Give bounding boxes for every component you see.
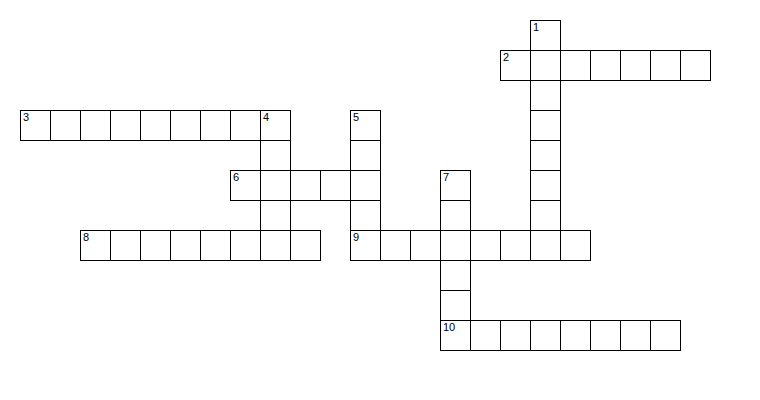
crossword-cell[interactable]: 7 — [440, 170, 471, 201]
crossword-cell[interactable] — [110, 110, 141, 141]
crossword-cell[interactable] — [290, 170, 321, 201]
cell-number: 4 — [263, 112, 269, 123]
cell-number: 1 — [533, 22, 539, 33]
crossword-cell[interactable] — [260, 170, 291, 201]
crossword-cell[interactable] — [560, 50, 591, 81]
crossword-cell[interactable] — [440, 200, 471, 231]
crossword-cell[interactable] — [50, 110, 81, 141]
crossword-cell[interactable] — [620, 320, 651, 351]
crossword-cell[interactable] — [170, 230, 201, 261]
cell-number: 9 — [353, 232, 359, 243]
crossword-cell[interactable] — [140, 110, 171, 141]
crossword-cell[interactable] — [260, 140, 291, 171]
crossword-cell[interactable]: 2 — [500, 50, 531, 81]
crossword-cell[interactable] — [350, 170, 381, 201]
crossword-cell[interactable] — [80, 110, 111, 141]
crossword-cell[interactable] — [140, 230, 171, 261]
crossword-cell[interactable] — [500, 230, 531, 261]
crossword-cell[interactable] — [200, 110, 231, 141]
crossword-cell[interactable]: 9 — [350, 230, 381, 261]
crossword-cell[interactable] — [230, 230, 261, 261]
cell-number: 6 — [233, 172, 239, 183]
crossword-cell[interactable] — [560, 320, 591, 351]
crossword-cell[interactable] — [260, 230, 291, 261]
crossword-cell[interactable] — [650, 50, 681, 81]
crossword-cell[interactable] — [470, 320, 501, 351]
crossword-cell[interactable] — [290, 230, 321, 261]
crossword-cell[interactable] — [440, 230, 471, 261]
crossword-cell[interactable] — [350, 200, 381, 231]
crossword-cell[interactable] — [200, 230, 231, 261]
crossword-cell[interactable] — [110, 230, 141, 261]
crossword-cell[interactable] — [530, 200, 561, 231]
crossword-cell[interactable]: 4 — [260, 110, 291, 141]
crossword-cell[interactable]: 1 — [530, 20, 561, 51]
cell-number: 8 — [83, 232, 89, 243]
crossword-cell[interactable] — [530, 50, 561, 81]
crossword-cell[interactable] — [590, 320, 621, 351]
crossword-cell[interactable] — [530, 320, 561, 351]
crossword-cell[interactable] — [350, 140, 381, 171]
crossword-cell[interactable] — [530, 140, 561, 171]
crossword-cell[interactable] — [470, 230, 501, 261]
crossword-cell[interactable] — [530, 230, 561, 261]
crossword-cell[interactable] — [440, 290, 471, 321]
crossword-cell[interactable]: 6 — [230, 170, 261, 201]
crossword-cell[interactable] — [500, 320, 531, 351]
crossword-cell[interactable] — [530, 110, 561, 141]
crossword-cell[interactable] — [260, 200, 291, 231]
crossword-cell[interactable] — [440, 260, 471, 291]
crossword-cell[interactable] — [380, 230, 411, 261]
crossword-cell[interactable] — [410, 230, 441, 261]
crossword-cell[interactable] — [590, 50, 621, 81]
cell-number: 7 — [443, 172, 449, 183]
crossword-cell[interactable] — [620, 50, 651, 81]
cell-number: 10 — [443, 322, 455, 333]
crossword-cell[interactable]: 8 — [80, 230, 111, 261]
crossword-cell[interactable] — [560, 230, 591, 261]
crossword-cell[interactable] — [320, 170, 351, 201]
crossword-cell[interactable] — [230, 110, 261, 141]
crossword-cell[interactable] — [170, 110, 201, 141]
crossword-cell[interactable]: 10 — [440, 320, 471, 351]
crossword-cell[interactable] — [530, 80, 561, 111]
crossword-board: 12345678910 — [20, 20, 710, 350]
crossword-cell[interactable]: 3 — [20, 110, 51, 141]
crossword-cell[interactable]: 5 — [350, 110, 381, 141]
crossword-cell[interactable] — [530, 170, 561, 201]
cell-number: 3 — [23, 112, 29, 123]
cell-number: 5 — [353, 112, 359, 123]
crossword-cell[interactable] — [680, 50, 711, 81]
cell-number: 2 — [503, 52, 509, 63]
crossword-cell[interactable] — [650, 320, 681, 351]
